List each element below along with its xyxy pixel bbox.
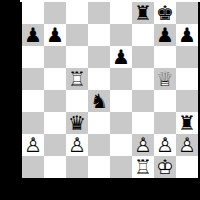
- square-g1[interactable]: ♚♔: [154, 156, 176, 178]
- square-d7[interactable]: [88, 24, 110, 46]
- square-g6[interactable]: [154, 46, 176, 68]
- square-c6[interactable]: [66, 46, 88, 68]
- piece-outline: ♕: [154, 68, 176, 90]
- square-b7[interactable]: ♟: [44, 24, 66, 46]
- square-a7[interactable]: ♟: [22, 24, 44, 46]
- square-c1[interactable]: [66, 156, 88, 178]
- square-e6[interactable]: ♟: [110, 46, 132, 68]
- square-h7[interactable]: ♟: [176, 24, 198, 46]
- square-a8[interactable]: [22, 2, 44, 24]
- square-d3[interactable]: [88, 112, 110, 134]
- square-e5[interactable]: [110, 68, 132, 90]
- square-d6[interactable]: [88, 46, 110, 68]
- piece-outline: ♙: [132, 134, 154, 156]
- piece-outline: ♔: [154, 156, 176, 178]
- black-pawn-h7: ♟: [178, 24, 196, 46]
- square-g4[interactable]: [154, 90, 176, 112]
- white-pawn-h2: ♟♙: [176, 134, 198, 156]
- square-c2[interactable]: ♟♙: [66, 134, 88, 156]
- square-b8[interactable]: [44, 2, 66, 24]
- square-h3[interactable]: ♜: [176, 112, 198, 134]
- piece-outline: ♙: [22, 134, 44, 156]
- square-h2[interactable]: ♟♙: [176, 134, 198, 156]
- square-e7[interactable]: [110, 24, 132, 46]
- piece-outline: ♙: [154, 134, 176, 156]
- square-f3[interactable]: [132, 112, 154, 134]
- square-d4[interactable]: ♞: [88, 90, 110, 112]
- square-d2[interactable]: [88, 134, 110, 156]
- square-f4[interactable]: [132, 90, 154, 112]
- square-g7[interactable]: ♟: [154, 24, 176, 46]
- white-pawn-g2: ♟♙: [154, 134, 176, 156]
- square-h6[interactable]: [176, 46, 198, 68]
- white-pawn-f2: ♟♙: [132, 134, 154, 156]
- white-queen-g5: ♛♕: [154, 68, 176, 90]
- square-e2[interactable]: [110, 134, 132, 156]
- white-rook-f1: ♜♖: [132, 156, 154, 178]
- square-b4[interactable]: [44, 90, 66, 112]
- square-g2[interactable]: ♟♙: [154, 134, 176, 156]
- piece-outline: ♖: [66, 68, 88, 90]
- square-g3[interactable]: [154, 112, 176, 134]
- square-c4[interactable]: [66, 90, 88, 112]
- square-a6[interactable]: [22, 46, 44, 68]
- black-king-g8: ♚: [156, 2, 174, 24]
- square-a1[interactable]: [22, 156, 44, 178]
- square-b2[interactable]: [44, 134, 66, 156]
- square-a5[interactable]: [22, 68, 44, 90]
- black-pawn-a7: ♟: [24, 24, 42, 46]
- chess-board: ♜♚♟♟♟♟♟♜♖♛♕♞♛♜♟♙♟♙♟♙♟♙♟♙♜♖♚♔: [22, 2, 198, 178]
- square-d5[interactable]: [88, 68, 110, 90]
- square-h5[interactable]: [176, 68, 198, 90]
- piece-outline: ♙: [66, 134, 88, 156]
- square-e3[interactable]: [110, 112, 132, 134]
- square-f7[interactable]: [132, 24, 154, 46]
- square-e8[interactable]: [110, 2, 132, 24]
- black-queen-c3: ♛: [68, 112, 86, 134]
- square-g5[interactable]: ♛♕: [154, 68, 176, 90]
- square-h4[interactable]: [176, 90, 198, 112]
- square-c8[interactable]: [66, 2, 88, 24]
- black-pawn-g7: ♟: [156, 24, 174, 46]
- black-rook-f8: ♜: [134, 2, 152, 24]
- square-g8[interactable]: ♚: [154, 2, 176, 24]
- square-f8[interactable]: ♜: [132, 2, 154, 24]
- square-c5[interactable]: ♜♖: [66, 68, 88, 90]
- square-h8[interactable]: [176, 2, 198, 24]
- black-rook-h3: ♜: [178, 112, 196, 134]
- white-king-g1: ♚♔: [154, 156, 176, 178]
- chess-diagram: ♜♚♟♟♟♟♟♜♖♛♕♞♛♜♟♙♟♙♟♙♟♙♟♙♜♖♚♔: [0, 0, 200, 200]
- square-e4[interactable]: [110, 90, 132, 112]
- white-rook-c5: ♜♖: [66, 68, 88, 90]
- square-a3[interactable]: [22, 112, 44, 134]
- piece-outline: ♖: [132, 156, 154, 178]
- square-d8[interactable]: [88, 2, 110, 24]
- square-f5[interactable]: [132, 68, 154, 90]
- square-f1[interactable]: ♜♖: [132, 156, 154, 178]
- square-c7[interactable]: [66, 24, 88, 46]
- piece-outline: ♙: [176, 134, 198, 156]
- square-b3[interactable]: [44, 112, 66, 134]
- square-c3[interactable]: ♛: [66, 112, 88, 134]
- square-h1[interactable]: [176, 156, 198, 178]
- square-a4[interactable]: [22, 90, 44, 112]
- square-b6[interactable]: [44, 46, 66, 68]
- square-a2[interactable]: ♟♙: [22, 134, 44, 156]
- black-pawn-b7: ♟: [46, 24, 64, 46]
- white-pawn-c2: ♟♙: [66, 134, 88, 156]
- square-b5[interactable]: [44, 68, 66, 90]
- square-b1[interactable]: [44, 156, 66, 178]
- black-knight-d4: ♞: [90, 90, 108, 112]
- square-f6[interactable]: [132, 46, 154, 68]
- black-pawn-e6: ♟: [112, 46, 130, 68]
- square-f2[interactable]: ♟♙: [132, 134, 154, 156]
- white-pawn-a2: ♟♙: [22, 134, 44, 156]
- square-e1[interactable]: [110, 156, 132, 178]
- square-d1[interactable]: [88, 156, 110, 178]
